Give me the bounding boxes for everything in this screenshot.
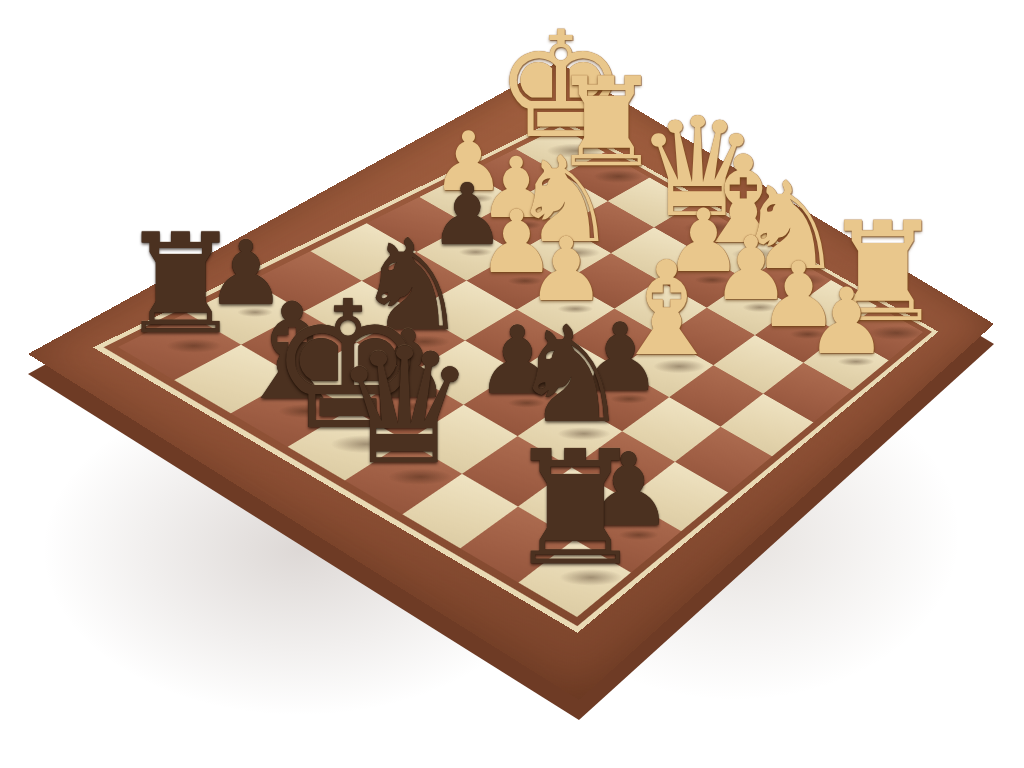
chess-set-photo: ♚♜♜♛♝♞♞♝♟♟♟♟♟♟♟♟♚♛♜♜♝♞♞♟♟♟♟♟♟ — [0, 0, 1024, 768]
piece-black-rook-a8[interactable]: ♜ — [505, 429, 647, 587]
piece-black-rook-h8[interactable]: ♜ — [119, 216, 243, 354]
piece-black-queen-d8[interactable]: ♛ — [333, 327, 476, 487]
piece-white-pawn-a2[interactable]: ♟ — [806, 276, 888, 367]
